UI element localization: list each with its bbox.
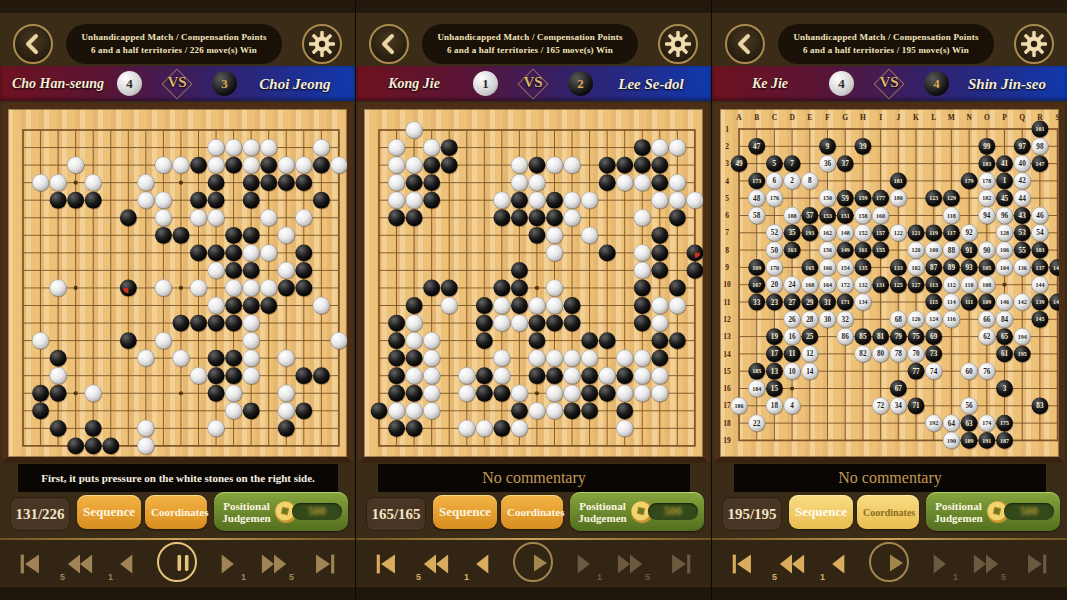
positional-judgement-button[interactable]: PositionalJudgemen 500	[214, 492, 348, 531]
svg-text:2: 2	[725, 142, 729, 151]
svg-text:H: H	[860, 113, 866, 122]
svg-text:179: 179	[965, 178, 974, 184]
svg-text:29: 29	[806, 299, 814, 307]
svg-text:53: 53	[1019, 229, 1027, 237]
svg-text:182: 182	[982, 195, 991, 201]
back-button[interactable]	[369, 24, 409, 64]
game-panel: Unhandicapped Match / Compensation Point…	[0, 0, 355, 600]
svg-text:118: 118	[947, 213, 956, 219]
player-bar: Kong Jie 1 VS 2 Lee Se-dol	[356, 66, 711, 101]
svg-text:8: 8	[725, 246, 729, 255]
svg-text:131: 131	[876, 282, 885, 288]
svg-text:102: 102	[912, 265, 921, 271]
svg-text:145: 145	[1035, 316, 1044, 322]
svg-text:24: 24	[789, 281, 797, 289]
svg-text:154: 154	[841, 265, 850, 271]
svg-text:61: 61	[1001, 350, 1009, 358]
svg-text:O: O	[984, 113, 990, 122]
svg-text:165: 165	[805, 265, 814, 271]
svg-text:161: 161	[858, 247, 867, 253]
playback-controls: 5 1 1 5	[356, 540, 711, 586]
svg-text:142: 142	[1018, 299, 1027, 305]
svg-text:49: 49	[735, 160, 743, 168]
coin-count-pill: 500	[648, 503, 698, 520]
svg-text:55: 55	[1019, 247, 1027, 255]
svg-text:42: 42	[1019, 177, 1027, 185]
svg-text:81: 81	[877, 333, 885, 341]
svg-text:16: 16	[723, 384, 731, 393]
svg-text:12: 12	[806, 350, 814, 358]
svg-text:E: E	[807, 113, 812, 122]
white-captures-badge: 4	[829, 71, 854, 96]
svg-text:19: 19	[771, 333, 779, 341]
svg-text:106: 106	[1000, 247, 1009, 253]
svg-text:94: 94	[983, 212, 991, 220]
svg-text:4: 4	[725, 177, 729, 186]
svg-text:149: 149	[841, 247, 850, 253]
svg-text:117: 117	[947, 230, 956, 236]
svg-text:187: 187	[1000, 438, 1009, 444]
match-result: 6 and a half territories / 226 move(s) W…	[66, 44, 282, 57]
svg-text:12: 12	[723, 315, 731, 324]
svg-text:111: 111	[965, 299, 973, 305]
play-pause-button[interactable]	[157, 542, 197, 582]
svg-text:87: 87	[930, 264, 938, 272]
svg-text:13: 13	[723, 332, 731, 341]
svg-text:D: D	[789, 113, 795, 122]
svg-text:6: 6	[725, 211, 729, 220]
svg-text:5: 5	[773, 160, 777, 168]
coordinates-button[interactable]: Coordinates	[857, 495, 919, 529]
back-button[interactable]	[725, 24, 765, 64]
svg-text:18: 18	[771, 402, 779, 410]
svg-text:109: 109	[982, 299, 991, 305]
game-panel: Unhandicapped Match / Compensation Point…	[356, 0, 711, 600]
svg-text:163: 163	[788, 247, 797, 253]
black-captures-badge: 3	[212, 71, 237, 96]
skip-end-button[interactable]	[1017, 548, 1053, 580]
svg-text:28: 28	[806, 316, 814, 324]
svg-text:2: 2	[790, 177, 794, 185]
svg-text:11: 11	[789, 350, 796, 358]
svg-text:40: 40	[1019, 160, 1027, 168]
svg-text:171: 171	[841, 299, 850, 305]
svg-text:71: 71	[912, 402, 920, 410]
go-board[interactable]	[358, 103, 709, 463]
play-pause-button[interactable]	[513, 542, 553, 582]
svg-text:3: 3	[725, 159, 729, 168]
svg-text:148: 148	[841, 230, 850, 236]
svg-text:157: 157	[876, 230, 885, 236]
svg-text:57: 57	[806, 212, 814, 220]
svg-text:92: 92	[966, 229, 974, 237]
svg-text:64: 64	[948, 420, 956, 428]
svg-text:18: 18	[723, 419, 731, 428]
skip-start-button[interactable]	[370, 548, 406, 580]
svg-text:76: 76	[983, 368, 991, 376]
svg-text:96: 96	[1001, 212, 1009, 220]
svg-text:26: 26	[789, 316, 797, 324]
player-left-name: Ke Jie	[714, 66, 826, 101]
svg-text:175: 175	[1000, 420, 1009, 426]
svg-text:101: 101	[1035, 126, 1044, 132]
player-bar: Ke Jie 4 VS 4 Shin Jin-seo	[712, 66, 1067, 101]
svg-text:83: 83	[1036, 402, 1044, 410]
svg-text:62: 62	[983, 333, 991, 341]
svg-text:108: 108	[982, 282, 991, 288]
svg-text:80: 80	[877, 350, 885, 358]
coordinates-button[interactable]: Coordinates	[145, 495, 207, 529]
svg-text:23: 23	[771, 299, 779, 307]
svg-text:20: 20	[771, 281, 779, 289]
svg-text:16: 16	[789, 333, 797, 341]
svg-text:158: 158	[858, 213, 867, 219]
go-board[interactable]: ABCDEFGHIJKLMNOPQRS123456789101112131415…	[714, 103, 1065, 463]
bottom-strip	[712, 587, 1067, 600]
svg-text:123: 123	[929, 195, 938, 201]
forward-1-button[interactable]: 1	[564, 548, 600, 580]
back-1-button[interactable]: 1	[822, 548, 858, 580]
svg-text:15: 15	[723, 367, 731, 376]
svg-text:181: 181	[894, 178, 903, 184]
svg-text:137: 137	[1035, 265, 1044, 271]
svg-text:176: 176	[770, 195, 779, 201]
svg-text:120: 120	[912, 247, 921, 253]
svg-text:9: 9	[826, 143, 830, 151]
svg-text:1: 1	[725, 125, 729, 134]
svg-text:99: 99	[983, 143, 991, 151]
svg-text:139: 139	[1035, 299, 1044, 305]
svg-text:79: 79	[895, 333, 903, 341]
svg-text:7: 7	[725, 228, 729, 237]
forward-1-button[interactable]: 1	[208, 548, 244, 580]
match-rule: Unhandicapped Match / Compensation Point…	[778, 31, 994, 44]
coin-count-pill: 500	[292, 503, 342, 520]
svg-text:191: 191	[982, 438, 991, 444]
svg-text:6: 6	[773, 177, 777, 185]
player-right-name: Lee Se-dol	[594, 66, 708, 101]
svg-text:155: 155	[876, 247, 885, 253]
svg-text:116: 116	[947, 316, 956, 322]
rewind-5-button[interactable]: 5	[62, 548, 98, 580]
svg-text:G: G	[842, 113, 848, 122]
svg-text:35: 35	[789, 229, 797, 237]
svg-text:69: 69	[930, 333, 938, 341]
svg-text:184: 184	[752, 386, 761, 392]
black-captures-badge: 2	[568, 71, 593, 96]
svg-text:84: 84	[1001, 316, 1009, 324]
svg-text:185: 185	[752, 368, 761, 374]
svg-text:177: 177	[876, 195, 885, 201]
svg-text:39: 39	[859, 143, 867, 151]
svg-text:58: 58	[753, 212, 761, 220]
svg-text:S: S	[1056, 113, 1059, 122]
svg-text:129: 129	[947, 195, 956, 201]
svg-text:44: 44	[1019, 195, 1027, 203]
svg-text:100: 100	[929, 247, 938, 253]
svg-text:7: 7	[790, 160, 794, 168]
game-panel: Unhandicapped Match / Compensation Point…	[712, 0, 1067, 600]
sequence-button[interactable]: Sequence	[433, 495, 497, 529]
commentary-bar: First, it puts pressure on the white sto…	[18, 464, 338, 492]
svg-text:193: 193	[805, 230, 814, 236]
svg-text:174: 174	[982, 420, 991, 426]
svg-text:133: 133	[894, 265, 903, 271]
svg-text:72: 72	[877, 402, 885, 410]
svg-text:70: 70	[912, 350, 920, 358]
svg-text:172: 172	[841, 282, 850, 288]
rewind-5-button[interactable]: 5	[418, 548, 454, 580]
svg-text:68: 68	[895, 316, 903, 324]
move-counter: 131/226	[10, 497, 70, 531]
player-right-name: Shin Jin-seo	[950, 66, 1064, 101]
svg-text:151: 151	[841, 213, 850, 219]
match-rule: Unhandicapped Match / Compensation Point…	[422, 31, 638, 44]
coordinates-button[interactable]: Coordinates	[501, 495, 563, 529]
top-strip	[0, 0, 355, 13]
svg-text:164: 164	[823, 282, 832, 288]
svg-text:60: 60	[966, 368, 974, 376]
commentary-bar: No commentary	[378, 464, 690, 492]
bottom-strip	[356, 587, 711, 600]
player-left-name: Kong Jie	[358, 66, 470, 101]
svg-text:168: 168	[805, 282, 814, 288]
svg-text:144: 144	[1035, 282, 1044, 288]
svg-text:127: 127	[912, 282, 921, 288]
svg-text:46: 46	[1036, 212, 1044, 220]
svg-text:186: 186	[735, 403, 744, 409]
svg-text:73: 73	[930, 350, 938, 358]
svg-text:146: 146	[1000, 299, 1009, 305]
svg-text:78: 78	[895, 350, 903, 358]
skip-start-button[interactable]	[726, 548, 762, 580]
commentary-bar: No commentary	[734, 464, 1046, 492]
svg-text:156: 156	[823, 247, 832, 253]
svg-text:45: 45	[1001, 195, 1009, 203]
forward-1-button[interactable]: 1	[920, 548, 956, 580]
vs-label: VS	[160, 66, 194, 101]
svg-text:14: 14	[806, 368, 814, 376]
skip-end-button[interactable]	[305, 548, 341, 580]
gear-icon	[1016, 26, 1052, 62]
svg-text:180: 180	[894, 195, 903, 201]
svg-text:126: 126	[912, 316, 921, 322]
svg-text:I: I	[879, 113, 882, 122]
svg-text:5: 5	[725, 194, 729, 203]
svg-text:160: 160	[876, 213, 885, 219]
player-left-name: Cho Han-seung	[2, 66, 114, 101]
svg-text:114: 114	[947, 299, 956, 305]
svg-text:B: B	[754, 113, 759, 122]
svg-text:15: 15	[771, 385, 779, 393]
svg-text:13: 13	[771, 368, 779, 376]
svg-text:32: 32	[842, 316, 850, 324]
svg-text:159: 159	[858, 195, 867, 201]
svg-text:43: 43	[1019, 212, 1027, 220]
match-rule: Unhandicapped Match / Compensation Point…	[66, 31, 282, 44]
forward-5-button[interactable]: 5	[256, 548, 292, 580]
settings-button[interactable]	[302, 24, 342, 64]
gear-icon	[304, 26, 340, 62]
svg-text:178: 178	[982, 178, 991, 184]
svg-text:56: 56	[966, 402, 974, 410]
svg-text:128: 128	[1000, 230, 1009, 236]
svg-text:52: 52	[771, 229, 779, 237]
svg-text:124: 124	[929, 316, 938, 322]
svg-text:22: 22	[753, 420, 761, 428]
top-strip	[356, 0, 711, 13]
svg-text:48: 48	[753, 195, 761, 203]
svg-text:183: 183	[982, 161, 991, 167]
rewind-5-button[interactable]: 5	[774, 548, 810, 580]
svg-text:82: 82	[859, 350, 867, 358]
svg-text:77: 77	[912, 368, 920, 376]
match-result: 6 and a half territories / 165 move(s) W…	[422, 44, 638, 57]
player-bar: Cho Han-seung 4 VS 3 Choi Jeong	[0, 66, 355, 101]
settings-button[interactable]	[658, 24, 698, 64]
match-info: Unhandicapped Match / Compensation Point…	[778, 24, 994, 64]
svg-text:119: 119	[929, 230, 938, 236]
svg-text:8: 8	[808, 177, 812, 185]
forward-5-button[interactable]: 5	[968, 548, 1004, 580]
svg-text:34: 34	[895, 402, 903, 410]
svg-text:3: 3	[1003, 385, 1007, 393]
svg-text:25: 25	[806, 333, 814, 341]
move-counter: 195/195	[722, 497, 782, 531]
svg-text:17: 17	[723, 401, 731, 410]
svg-text:F: F	[825, 113, 830, 122]
forward-5-button[interactable]: 5	[612, 548, 648, 580]
svg-text:L: L	[931, 113, 936, 122]
svg-text:89: 89	[948, 264, 956, 272]
svg-text:134: 134	[858, 299, 867, 305]
svg-text:105: 105	[982, 265, 991, 271]
svg-text:Q: Q	[1019, 113, 1025, 122]
svg-text:A: A	[736, 113, 742, 122]
svg-text:91: 91	[966, 247, 974, 255]
back-1-button[interactable]: 1	[110, 548, 146, 580]
match-result: 6 and a half territories / 195 move(s) W…	[778, 44, 994, 57]
svg-text:4: 4	[790, 402, 794, 410]
svg-text:112: 112	[947, 282, 956, 288]
svg-text:169: 169	[752, 265, 761, 271]
back-button[interactable]	[13, 24, 53, 64]
svg-text:75: 75	[912, 333, 920, 341]
skip-end-button[interactable]	[661, 548, 697, 580]
positional-judgement-button[interactable]: PositionalJudgemen 500	[926, 492, 1060, 531]
svg-text:33: 33	[753, 299, 761, 307]
svg-text:47: 47	[753, 143, 761, 151]
svg-text:97: 97	[1019, 143, 1027, 151]
svg-text:88: 88	[948, 247, 956, 255]
svg-text:143: 143	[1053, 265, 1059, 271]
match-info: Unhandicapped Match / Compensation Point…	[422, 24, 638, 64]
svg-text:C: C	[772, 113, 777, 122]
svg-text:173: 173	[752, 178, 761, 184]
black-captures-badge: 4	[924, 71, 949, 96]
svg-text:R: R	[1037, 113, 1043, 122]
coin-count-pill: 500	[1004, 503, 1054, 520]
svg-text:50: 50	[771, 247, 779, 255]
top-strip	[712, 0, 1067, 13]
svg-text:195: 195	[1018, 351, 1027, 357]
gear-icon	[660, 26, 696, 62]
svg-text:136: 136	[1018, 265, 1027, 271]
go-board[interactable]	[2, 103, 353, 463]
sequence-button[interactable]: Sequence	[77, 495, 141, 529]
svg-text:135: 135	[858, 265, 867, 271]
svg-text:65: 65	[1001, 333, 1009, 341]
svg-text:113: 113	[929, 282, 938, 288]
svg-text:67: 67	[895, 385, 903, 393]
white-captures-badge: 1	[473, 71, 498, 96]
svg-text:86: 86	[842, 333, 850, 341]
vs-label: VS	[872, 66, 906, 101]
svg-text:103: 103	[1035, 247, 1044, 253]
positional-judgement-button[interactable]: PositionalJudgemen 500	[570, 492, 704, 531]
svg-text:27: 27	[789, 299, 797, 307]
playback-controls: 5 1 1 5	[0, 540, 355, 586]
svg-text:93: 93	[966, 264, 974, 272]
svg-text:192: 192	[929, 420, 938, 426]
svg-text:162: 162	[823, 230, 832, 236]
svg-text:30: 30	[824, 316, 832, 324]
svg-text:166: 166	[823, 265, 832, 271]
svg-text:P: P	[1002, 113, 1007, 122]
svg-text:N: N	[966, 113, 972, 122]
svg-text:9: 9	[725, 263, 729, 272]
svg-text:85: 85	[859, 333, 867, 341]
svg-text:54: 54	[1036, 229, 1044, 237]
svg-text:J: J	[896, 113, 900, 122]
svg-text:59: 59	[842, 195, 850, 203]
settings-button[interactable]	[1014, 24, 1054, 64]
skip-start-button[interactable]	[14, 548, 50, 580]
svg-text:115: 115	[929, 299, 938, 305]
svg-text:104: 104	[1000, 265, 1009, 271]
svg-text:17: 17	[771, 350, 779, 358]
svg-text:10: 10	[789, 368, 797, 376]
svg-text:147: 147	[1035, 161, 1044, 167]
playback-controls: 5 1 1 5	[712, 540, 1067, 586]
svg-text:11: 11	[723, 298, 730, 307]
svg-text:122: 122	[894, 230, 903, 236]
svg-text:37: 37	[842, 160, 850, 168]
svg-text:125: 125	[894, 282, 903, 288]
svg-text:36: 36	[824, 160, 832, 168]
svg-text:31: 31	[824, 299, 832, 307]
move-counter: 165/165	[366, 497, 426, 531]
white-captures-badge: 4	[117, 71, 142, 96]
svg-text:19: 19	[723, 436, 731, 445]
svg-text:188: 188	[788, 213, 797, 219]
chevron-left-icon	[15, 26, 51, 62]
svg-text:90: 90	[983, 247, 991, 255]
svg-text:189: 189	[965, 438, 974, 444]
chevron-left-icon	[371, 26, 407, 62]
svg-text:190: 190	[947, 438, 956, 444]
svg-text:132: 132	[858, 282, 867, 288]
sequence-button[interactable]: Sequence	[789, 495, 853, 529]
svg-text:152: 152	[858, 230, 867, 236]
svg-text:10: 10	[723, 280, 731, 289]
svg-text:167: 167	[752, 282, 761, 288]
svg-text:150: 150	[823, 195, 832, 201]
svg-text:194: 194	[1018, 334, 1027, 340]
back-1-button[interactable]: 1	[466, 548, 502, 580]
play-pause-button[interactable]	[869, 542, 909, 582]
svg-text:63: 63	[966, 420, 974, 428]
